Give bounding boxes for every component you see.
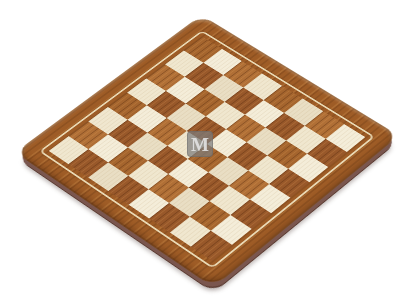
watermark-letter: M <box>191 135 209 154</box>
product-photo: M <box>0 0 400 300</box>
watermark: M <box>187 131 213 157</box>
